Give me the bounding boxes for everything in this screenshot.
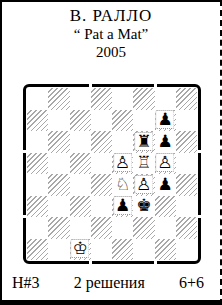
square-a1 <box>27 239 48 261</box>
square-d3 <box>91 196 112 218</box>
square-f7 <box>133 110 154 132</box>
square-e7 <box>112 110 133 132</box>
chess-board: ♟♜♟♙♖♙♘♙♟♟♚♔ <box>27 88 197 260</box>
material-count: 6+6 <box>179 274 204 292</box>
square-g2 <box>155 217 176 239</box>
square-h7 <box>176 110 197 132</box>
black-pawn-e3: ♟ <box>113 196 132 215</box>
stipulation: H#3 <box>12 274 40 292</box>
square-f5: ♖ <box>133 153 154 175</box>
square-f4: ♙ <box>133 174 154 196</box>
white-pawn-f4: ♙ <box>134 175 153 194</box>
square-d5 <box>91 153 112 175</box>
square-f8 <box>133 88 154 110</box>
square-d2 <box>91 217 112 239</box>
square-e3: ♟ <box>112 196 133 218</box>
square-c3 <box>70 196 91 218</box>
square-b7 <box>48 110 69 132</box>
frame-tick <box>154 84 157 87</box>
square-h4 <box>176 174 197 196</box>
square-d8 <box>91 88 112 110</box>
diagram-header: В. РАЛЛО “ Pat a Mat” 2005 <box>2 6 220 61</box>
square-a5 <box>27 153 48 175</box>
frame-tick <box>23 215 26 218</box>
square-b2 <box>48 217 69 239</box>
square-a7 <box>27 110 48 132</box>
square-b6 <box>48 131 69 153</box>
scanned-problem-page: В. РАЛЛО “ Pat a Mat” 2005 ♟♜♟♙♖♙♘♙♟♟♚♔ … <box>0 0 222 305</box>
white-rook-f5: ♖ <box>136 154 151 171</box>
black-pawn-g6: ♟ <box>158 133 173 150</box>
square-e1 <box>112 239 133 261</box>
square-c1: ♔ <box>70 239 91 261</box>
square-f1 <box>133 239 154 261</box>
square-e4: ♘ <box>112 174 133 196</box>
square-d4 <box>91 174 112 196</box>
white-king-c1: ♔ <box>71 239 90 258</box>
square-a2 <box>27 217 48 239</box>
frame-tick <box>89 261 92 264</box>
square-c7 <box>70 110 91 132</box>
square-a3 <box>27 196 48 218</box>
square-e2 <box>112 217 133 239</box>
square-f3: ♚ <box>133 196 154 218</box>
white-pawn-g5: ♙ <box>156 153 175 172</box>
square-a4 <box>27 174 48 196</box>
square-c5 <box>70 153 91 175</box>
source-title: “ Pat a Mat” <box>2 26 220 44</box>
square-e5: ♙ <box>112 153 133 175</box>
square-h8 <box>176 88 197 110</box>
square-a6 <box>27 131 48 153</box>
square-h5 <box>176 153 197 175</box>
frame-tick <box>198 215 201 218</box>
square-d1 <box>91 239 112 261</box>
solutions-count: 2 решения <box>74 274 145 292</box>
square-c8 <box>70 88 91 110</box>
square-f6: ♜ <box>133 131 154 153</box>
author-name: В. РАЛЛО <box>2 6 220 26</box>
square-d6 <box>91 131 112 153</box>
square-g1 <box>155 239 176 261</box>
square-h1 <box>176 239 197 261</box>
square-f2 <box>133 217 154 239</box>
square-g4: ♟ <box>155 174 176 196</box>
black-pawn-g7: ♟ <box>156 110 175 129</box>
stipulation-line: H#3 2 решения 6+6 <box>2 274 220 292</box>
square-g5: ♙ <box>155 153 176 175</box>
square-a8 <box>27 88 48 110</box>
chess-board-frame: ♟♜♟♙♖♙♘♙♟♟♚♔ <box>23 84 201 264</box>
square-c6 <box>70 131 91 153</box>
square-c2 <box>70 217 91 239</box>
square-h3 <box>176 196 197 218</box>
frame-tick <box>23 150 26 153</box>
publication-year: 2005 <box>2 44 220 62</box>
square-e6 <box>112 131 133 153</box>
square-g7: ♟ <box>155 110 176 132</box>
square-g6: ♟ <box>155 131 176 153</box>
square-g3 <box>155 196 176 218</box>
black-pawn-g4: ♟ <box>158 176 173 193</box>
black-king-f3: ♚ <box>136 197 151 214</box>
square-b1 <box>48 239 69 261</box>
square-d7 <box>91 110 112 132</box>
square-b4 <box>48 174 69 196</box>
square-b8 <box>48 88 69 110</box>
square-b3 <box>48 196 69 218</box>
square-g8 <box>155 88 176 110</box>
white-knight-e4: ♘ <box>115 176 130 193</box>
square-c4 <box>70 174 91 196</box>
square-e8 <box>112 88 133 110</box>
frame-tick <box>154 261 157 264</box>
black-rook-f6: ♜ <box>134 132 153 151</box>
frame-tick <box>198 150 201 153</box>
white-pawn-e5: ♙ <box>113 153 132 172</box>
square-h2 <box>176 217 197 239</box>
frame-tick <box>89 84 92 87</box>
square-b5 <box>48 153 69 175</box>
square-h6 <box>176 131 197 153</box>
